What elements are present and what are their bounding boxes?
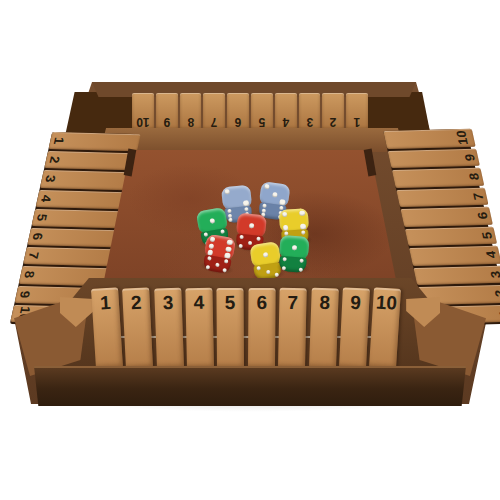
tile-west-6[interactable]: 6 <box>27 228 119 248</box>
tile-number: 7 <box>279 292 306 315</box>
die-pip <box>299 210 305 216</box>
tile-west-5[interactable]: 5 <box>32 209 124 229</box>
die-pip <box>229 218 233 222</box>
tile-number: 2 <box>123 291 151 314</box>
die-pip <box>225 246 231 252</box>
tile-number: 9 <box>156 115 178 129</box>
die-pip <box>298 267 302 271</box>
tile-number: 2 <box>322 115 344 129</box>
tile-number: 6 <box>248 292 275 314</box>
tile-number: 4 <box>185 292 212 315</box>
tile-number: 10 <box>373 291 401 315</box>
tile-number: 2 <box>47 156 62 164</box>
die-pip <box>282 211 288 217</box>
tile-west-7[interactable]: 7 <box>23 247 115 267</box>
die-pip <box>283 257 287 261</box>
tile-north-5[interactable]: 5 <box>251 93 273 130</box>
tile-east-9[interactable]: 9 <box>388 148 480 168</box>
tile-number: 4 <box>275 115 297 129</box>
tile-south-2[interactable]: 2 <box>122 287 153 368</box>
tile-number: 5 <box>479 231 494 239</box>
tile-east-4[interactable]: 4 <box>409 246 500 266</box>
die-front-face <box>202 255 231 274</box>
tile-number: 6 <box>30 233 45 241</box>
front-base-edge <box>34 366 466 406</box>
die-pip <box>264 183 270 189</box>
tile-north-1[interactable]: 1 <box>346 93 368 130</box>
tile-west-3[interactable]: 3 <box>40 170 132 190</box>
tile-number: 1 <box>497 309 500 317</box>
tile-south-1[interactable]: 1 <box>91 287 123 369</box>
die-red-6[interactable] <box>201 234 237 279</box>
tile-north-4[interactable]: 4 <box>275 93 297 130</box>
tile-number: 8 <box>180 115 202 129</box>
die-pip <box>208 256 213 261</box>
tile-number: 9 <box>18 290 33 298</box>
die-pip <box>206 265 211 270</box>
die-pip <box>272 191 278 197</box>
die-pip <box>299 258 303 262</box>
tile-number: 1 <box>346 115 368 129</box>
tile-number: 3 <box>154 292 182 315</box>
die-pip <box>220 229 225 234</box>
tile-number: 5 <box>251 115 273 129</box>
tile-row-north: 10987654321 <box>132 93 368 130</box>
die-pip <box>301 230 305 234</box>
tile-north-2[interactable]: 2 <box>322 93 344 130</box>
die-pip <box>223 259 228 264</box>
tile-north-6[interactable]: 6 <box>227 93 249 130</box>
tile-number: 1 <box>91 291 119 315</box>
die-pip <box>262 252 268 258</box>
die-pip <box>209 218 215 224</box>
tile-number: 8 <box>310 292 338 315</box>
tile-south-9[interactable]: 9 <box>339 287 370 368</box>
tile-number: 4 <box>484 251 499 259</box>
tile-number: 7 <box>203 115 225 129</box>
tile-north-3[interactable]: 3 <box>299 93 321 130</box>
tile-north-8[interactable]: 8 <box>180 93 202 130</box>
tile-south-10[interactable]: 10 <box>369 287 401 369</box>
die-pip <box>291 245 297 251</box>
tile-number: 1 <box>52 137 67 145</box>
north-tile-rail <box>100 128 404 152</box>
tile-number: 5 <box>217 292 244 314</box>
tile-number: 5 <box>35 214 50 222</box>
tile-row-south: 12345678910 <box>96 288 396 368</box>
tile-number: 4 <box>39 194 54 202</box>
tile-east-5[interactable]: 5 <box>405 226 497 246</box>
die-pip <box>240 235 244 239</box>
tile-south-5[interactable]: 5 <box>217 288 244 368</box>
tile-number: 9 <box>462 153 477 161</box>
tile-north-9[interactable]: 9 <box>156 93 178 130</box>
die-pip <box>208 243 214 249</box>
tile-south-4[interactable]: 4 <box>185 288 213 369</box>
tile-south-8[interactable]: 8 <box>309 288 339 369</box>
tile-east-6[interactable]: 6 <box>400 207 492 227</box>
die-pip <box>282 266 286 270</box>
die-pip <box>227 239 233 245</box>
tile-number: 7 <box>26 252 41 260</box>
tile-number: 10 <box>132 115 154 129</box>
tile-west-2[interactable]: 2 <box>44 151 136 171</box>
die-pip <box>209 236 215 242</box>
die-pip <box>248 222 254 228</box>
tile-number: 9 <box>342 291 370 314</box>
die-pip <box>256 237 260 241</box>
tile-south-3[interactable]: 3 <box>154 288 184 369</box>
tile-north-10[interactable]: 10 <box>132 93 154 130</box>
tile-west-1[interactable]: 1 <box>48 132 140 152</box>
tile-number: 3 <box>43 175 58 183</box>
die-green-8[interactable] <box>277 235 310 277</box>
die-front-face <box>279 256 307 273</box>
tile-east-8[interactable]: 8 <box>392 168 484 188</box>
product-photo: 10987654321 12345678910 10987654321 1234… <box>0 0 500 500</box>
die-pip <box>215 262 220 267</box>
tile-north-7[interactable]: 7 <box>203 93 225 130</box>
tile-west-4[interactable]: 4 <box>36 189 128 209</box>
tile-number: 6 <box>475 212 490 220</box>
tile-south-6[interactable]: 6 <box>248 288 275 368</box>
tile-number: 10 <box>453 130 469 145</box>
tile-number: 8 <box>22 271 37 279</box>
tile-number: 3 <box>299 115 321 129</box>
die-pip <box>257 266 262 271</box>
tile-number: 6 <box>227 115 249 129</box>
die-pip <box>265 269 270 274</box>
tile-number: 7 <box>471 192 486 200</box>
tile-south-7[interactable]: 7 <box>278 288 306 369</box>
tile-east-7[interactable]: 7 <box>396 187 488 207</box>
tile-east-10[interactable]: 10 <box>383 129 475 149</box>
die-pip <box>222 268 227 273</box>
die-pip <box>239 244 243 248</box>
tile-number: 3 <box>488 270 500 278</box>
tile-number: 2 <box>492 290 500 298</box>
tile-east-3[interactable]: 3 <box>413 265 500 285</box>
die-pip <box>224 189 230 195</box>
tile-number: 8 <box>466 173 481 181</box>
